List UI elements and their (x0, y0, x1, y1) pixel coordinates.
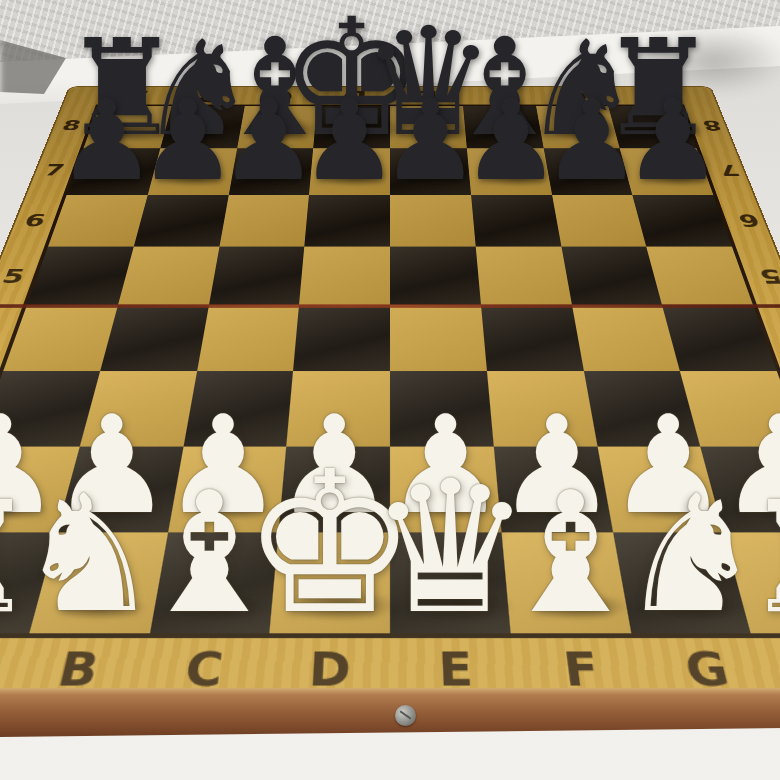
piece-black-pawn[interactable]: ♟ (623, 86, 722, 196)
piece-white-rook[interactable]: ♜ (742, 481, 780, 635)
photo-scene: 8765432187654321ABCDEFGHABCDEFGH ♜♞♝♚♛♝♞… (0, 0, 780, 780)
pieces-layer: ♜♞♝♚♛♝♞♜♟♟♟♟♟♟♟♟♟♟♟♟♟♟♟♟♜♞♝♚♛♝♞♜ (0, 0, 780, 780)
